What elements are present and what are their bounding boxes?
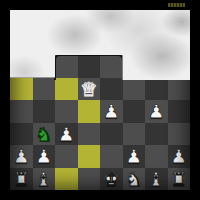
square-f4[interactable]	[123, 100, 146, 123]
square-c2[interactable]	[55, 145, 78, 168]
square-d2[interactable]	[78, 145, 101, 168]
screenshot-root: ♛♟♟♞♟♟♟♟♟♜♝♚♞♝♜	[0, 0, 200, 200]
white-king[interactable]: ♚	[103, 168, 120, 191]
square-e6[interactable]	[100, 55, 123, 78]
square-h3[interactable]	[168, 123, 191, 146]
square-a1[interactable]: ♜	[10, 168, 33, 191]
square-c1[interactable]	[55, 168, 78, 191]
square-g5[interactable]	[145, 78, 168, 101]
white-pawn[interactable]: ♟	[148, 100, 165, 123]
white-pawn[interactable]: ♟	[170, 145, 187, 168]
square-h5[interactable]	[168, 78, 191, 101]
green-knight[interactable]: ♞	[35, 123, 52, 146]
square-d4[interactable]	[78, 100, 101, 123]
square-c4[interactable]	[55, 100, 78, 123]
square-d6[interactable]	[78, 55, 101, 78]
white-pawn[interactable]: ♟	[125, 145, 142, 168]
square-c6[interactable]	[55, 55, 78, 78]
square-a4[interactable]	[10, 100, 33, 123]
square-h1[interactable]: ♜	[168, 168, 191, 191]
watermark-text	[168, 3, 185, 7]
square-h4[interactable]	[168, 100, 191, 123]
white-rook[interactable]: ♜	[170, 168, 187, 191]
square-d1[interactable]	[78, 168, 101, 191]
white-pawn[interactable]: ♟	[35, 145, 52, 168]
square-e2[interactable]	[100, 145, 123, 168]
white-pawn[interactable]: ♟	[13, 145, 30, 168]
square-g3[interactable]	[145, 123, 168, 146]
square-f1[interactable]: ♞	[123, 168, 146, 191]
square-e3[interactable]	[100, 123, 123, 146]
white-pawn[interactable]: ♟	[58, 123, 75, 146]
white-bishop[interactable]: ♝	[35, 168, 52, 191]
square-g1[interactable]: ♝	[145, 168, 168, 191]
square-e5[interactable]	[100, 78, 123, 101]
square-d5[interactable]: ♛	[78, 78, 101, 101]
square-b4[interactable]	[33, 100, 56, 123]
white-knight[interactable]: ♞	[125, 168, 142, 191]
square-e1[interactable]: ♚	[100, 168, 123, 191]
square-c3[interactable]: ♟	[55, 123, 78, 146]
square-h2[interactable]: ♟	[168, 145, 191, 168]
square-b3[interactable]: ♞	[33, 123, 56, 146]
square-d3[interactable]	[78, 123, 101, 146]
square-e4[interactable]: ♟	[100, 100, 123, 123]
square-b1[interactable]: ♝	[33, 168, 56, 191]
square-f2[interactable]: ♟	[123, 145, 146, 168]
square-c5[interactable]	[55, 78, 78, 101]
chess-board: ♛♟♟♞♟♟♟♟♟♜♝♚♞♝♜	[10, 10, 190, 190]
black-queen[interactable]: ♛	[80, 78, 97, 101]
white-bishop[interactable]: ♝	[148, 168, 165, 191]
square-a3[interactable]	[10, 123, 33, 146]
square-b2[interactable]: ♟	[33, 145, 56, 168]
white-pawn[interactable]: ♟	[103, 100, 120, 123]
square-g4[interactable]: ♟	[145, 100, 168, 123]
white-rook[interactable]: ♜	[13, 168, 30, 191]
square-a2[interactable]: ♟	[10, 145, 33, 168]
square-a5[interactable]	[10, 78, 33, 101]
square-b5[interactable]	[33, 78, 56, 101]
square-f5[interactable]	[123, 78, 146, 101]
square-f3[interactable]	[123, 123, 146, 146]
square-g2[interactable]	[145, 145, 168, 168]
